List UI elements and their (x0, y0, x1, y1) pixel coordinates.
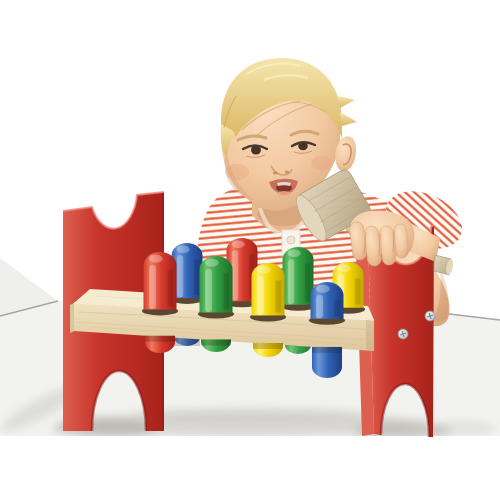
right-nostril (285, 170, 289, 173)
right-cheek-blush (311, 156, 331, 170)
foreground-white-band (0, 436, 500, 500)
peg-tip-shade (253, 343, 283, 349)
peg-tip-shade (201, 339, 231, 345)
peg-dome-glint (149, 255, 163, 263)
peg-dome-glint (257, 266, 271, 274)
lower-lip (277, 191, 291, 196)
peg-dome-glint (205, 259, 219, 267)
screw-2 (425, 311, 435, 321)
scene-canvas (0, 0, 500, 500)
screw-1 (398, 329, 408, 339)
peg-dome-glint (232, 241, 245, 249)
photo-toddler-hammer-bench (0, 0, 500, 500)
peg-dome-glint (338, 265, 351, 273)
peg-tip-shade (145, 336, 175, 342)
left-nostril (273, 171, 277, 174)
shirt-button (287, 236, 295, 244)
plank-left-end (70, 303, 74, 333)
peg-tip-shade (312, 347, 342, 353)
peg-dome-glint (316, 285, 330, 293)
peg-dome-glint (177, 246, 190, 254)
left-cheek-blush (225, 164, 249, 180)
peg-dome-glint (288, 250, 301, 258)
